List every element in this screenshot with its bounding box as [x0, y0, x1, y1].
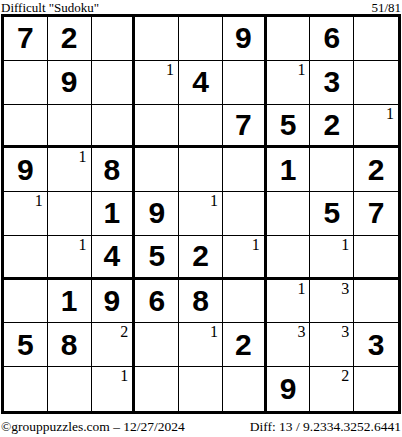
- cell-r5c9[interactable]: 7: [354, 192, 398, 236]
- cell-r1c1[interactable]: 7: [4, 17, 48, 61]
- given-digit: 4: [104, 241, 121, 271]
- pencil-mark: 1: [341, 236, 349, 253]
- cell-r7c8[interactable]: 3: [310, 280, 354, 324]
- given-digit: 2: [235, 330, 252, 360]
- cell-r9c7[interactable]: 9: [267, 367, 311, 411]
- difficulty-text: Diff: 13 / 9.2334.3252.6441: [250, 420, 401, 434]
- given-digit: 2: [192, 241, 209, 271]
- given-digit: 9: [235, 23, 252, 53]
- cell-r2c2[interactable]: 9: [48, 61, 92, 105]
- given-digit: 6: [148, 286, 165, 316]
- cell-r5c2[interactable]: [48, 192, 92, 236]
- cell-r1c8[interactable]: 6: [310, 17, 354, 61]
- cell-r2c5[interactable]: 4: [179, 61, 223, 105]
- cell-r1c2[interactable]: 2: [48, 17, 92, 61]
- cell-r9c3[interactable]: 1: [92, 367, 136, 411]
- cell-r9c6[interactable]: [223, 367, 267, 411]
- cell-r6c6[interactable]: 1: [223, 236, 267, 280]
- pencil-mark: 1: [252, 236, 260, 253]
- cell-r7c7[interactable]: 1: [267, 280, 311, 324]
- cell-r6c8[interactable]: 1: [310, 236, 354, 280]
- given-digit: 8: [61, 330, 78, 360]
- cell-r9c5[interactable]: [179, 367, 223, 411]
- cell-r9c2[interactable]: [48, 367, 92, 411]
- cell-r7c9[interactable]: [354, 280, 398, 324]
- cell-r6c2[interactable]: 1: [48, 236, 92, 280]
- given-digit: 3: [323, 67, 340, 97]
- given-digit: 6: [323, 23, 340, 53]
- pencil-mark: 1: [210, 192, 218, 209]
- cell-r8c5[interactable]: 1: [179, 323, 223, 367]
- cell-r8c4[interactable]: [135, 323, 179, 367]
- cell-r5c7[interactable]: [267, 192, 311, 236]
- cell-r3c8[interactable]: 2: [310, 105, 354, 149]
- cell-r3c2[interactable]: [48, 105, 92, 149]
- sudoku-page: Difficult "Sudoku" 51/81 729691413752191…: [0, 0, 402, 437]
- pencil-mark: 3: [341, 280, 349, 297]
- cell-r5c6[interactable]: [223, 192, 267, 236]
- pencil-mark: 3: [297, 323, 305, 340]
- pencil-mark: 3: [341, 323, 349, 340]
- cell-r3c4[interactable]: [135, 105, 179, 149]
- cell-r3c1[interactable]: [4, 105, 48, 149]
- cell-r4c5[interactable]: [179, 148, 223, 192]
- pencil-mark: 1: [79, 236, 87, 253]
- cell-r9c8[interactable]: 2: [310, 367, 354, 411]
- pencil-mark: 1: [35, 192, 43, 209]
- cell-r4c1[interactable]: 9: [4, 148, 48, 192]
- cell-r5c5[interactable]: 1: [179, 192, 223, 236]
- cell-r5c1[interactable]: 1: [4, 192, 48, 236]
- given-digit: 1: [104, 198, 121, 228]
- given-digit: 5: [148, 241, 165, 271]
- pencil-mark: 2: [341, 367, 349, 384]
- progress-counter: 51/81: [371, 1, 401, 14]
- cell-r3c3[interactable]: [92, 105, 136, 149]
- given-digit: 8: [104, 155, 121, 185]
- cell-r4c6[interactable]: [223, 148, 267, 192]
- cell-r5c8[interactable]: 5: [310, 192, 354, 236]
- cell-r4c8[interactable]: [310, 148, 354, 192]
- pencil-mark: 1: [297, 61, 305, 78]
- cell-r5c4[interactable]: 9: [135, 192, 179, 236]
- pencil-mark: 1: [79, 148, 87, 165]
- cell-r2c7[interactable]: 1: [267, 61, 311, 105]
- given-digit: 5: [280, 110, 297, 140]
- cell-r2c4[interactable]: 1: [135, 61, 179, 105]
- header: Difficult "Sudoku" 51/81: [0, 0, 402, 14]
- cell-r9c1[interactable]: [4, 367, 48, 411]
- given-digit: 8: [192, 286, 209, 316]
- cell-r2c1[interactable]: [4, 61, 48, 105]
- cell-r4c3[interactable]: 8: [92, 148, 136, 192]
- given-digit: 9: [104, 286, 121, 316]
- given-digit: 4: [192, 67, 209, 97]
- pencil-mark: 1: [210, 323, 218, 340]
- given-digit: 1: [61, 286, 78, 316]
- cell-r7c6[interactable]: [223, 280, 267, 324]
- cell-r7c5[interactable]: 8: [179, 280, 223, 324]
- pencil-mark: 1: [166, 61, 174, 78]
- cell-r7c4[interactable]: 6: [135, 280, 179, 324]
- cell-r7c1[interactable]: [4, 280, 48, 324]
- given-digit: 2: [368, 155, 385, 185]
- cell-r2c6[interactable]: [223, 61, 267, 105]
- given-digit: 2: [61, 23, 78, 53]
- cell-r8c9[interactable]: 3: [354, 323, 398, 367]
- given-digit: 1: [280, 155, 297, 185]
- cell-r4c7[interactable]: 1: [267, 148, 311, 192]
- cell-r2c3[interactable]: [92, 61, 136, 105]
- given-digit: 7: [235, 110, 252, 140]
- given-digit: 9: [280, 374, 297, 404]
- cell-r5c3[interactable]: 1: [92, 192, 136, 236]
- copyright-text: ©grouppuzzles.com – 12/27/2024: [1, 420, 185, 434]
- cell-r8c7[interactable]: 3: [267, 323, 311, 367]
- cell-r1c6[interactable]: 9: [223, 17, 267, 61]
- given-digit: 9: [17, 155, 34, 185]
- cell-r8c2[interactable]: 8: [48, 323, 92, 367]
- cell-r1c3[interactable]: [92, 17, 136, 61]
- given-digit: 7: [368, 198, 385, 228]
- cell-r8c8[interactable]: 3: [310, 323, 354, 367]
- pencil-mark: 1: [386, 105, 394, 122]
- cell-r6c4[interactable]: 5: [135, 236, 179, 280]
- cell-r9c4[interactable]: [135, 367, 179, 411]
- cell-r1c9[interactable]: [354, 17, 398, 61]
- cell-r6c3[interactable]: 4: [92, 236, 136, 280]
- cell-r7c2[interactable]: 1: [48, 280, 92, 324]
- cell-r1c5[interactable]: [179, 17, 223, 61]
- puzzle-title: Difficult "Sudoku": [1, 1, 99, 14]
- cell-r4c2[interactable]: 1: [48, 148, 92, 192]
- given-digit: 7: [17, 23, 34, 53]
- cell-r9c9[interactable]: [354, 367, 398, 411]
- cell-r4c9[interactable]: 2: [354, 148, 398, 192]
- sudoku-board: 7296914137521918121191571452111968135821…: [1, 14, 401, 414]
- cell-r8c6[interactable]: 2: [223, 323, 267, 367]
- cell-r7c3[interactable]: 9: [92, 280, 136, 324]
- cell-r8c3[interactable]: 2: [92, 323, 136, 367]
- cell-r8c1[interactable]: 5: [4, 323, 48, 367]
- given-digit: 5: [323, 198, 340, 228]
- cell-r6c1[interactable]: [4, 236, 48, 280]
- footer: ©grouppuzzles.com – 12/27/2024 Diff: 13 …: [0, 420, 402, 434]
- cell-r3c7[interactable]: 5: [267, 105, 311, 149]
- cell-r4c4[interactable]: [135, 148, 179, 192]
- cell-r6c7[interactable]: [267, 236, 311, 280]
- pencil-mark: 1: [120, 367, 128, 384]
- given-digit: 9: [148, 198, 165, 228]
- cell-r2c9[interactable]: [354, 61, 398, 105]
- cell-r1c7[interactable]: [267, 17, 311, 61]
- cell-r3c5[interactable]: [179, 105, 223, 149]
- given-digit: 9: [61, 67, 78, 97]
- given-digit: 2: [323, 110, 340, 140]
- given-digit: 3: [368, 330, 385, 360]
- cell-r3c9[interactable]: 1: [354, 105, 398, 149]
- cell-r1c4[interactable]: [135, 17, 179, 61]
- pencil-mark: 2: [120, 323, 128, 340]
- cell-r2c8[interactable]: 3: [310, 61, 354, 105]
- cell-r6c9[interactable]: [354, 236, 398, 280]
- cell-r3c6[interactable]: 7: [223, 105, 267, 149]
- given-digit: 5: [17, 330, 34, 360]
- cell-r6c5[interactable]: 2: [179, 236, 223, 280]
- pencil-mark: 1: [297, 280, 305, 297]
